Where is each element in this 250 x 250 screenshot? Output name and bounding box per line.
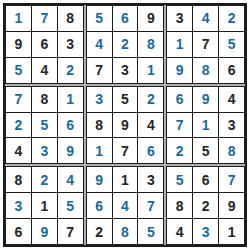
sudoku-cell-r5c2[interactable]: 5 [32, 113, 57, 138]
sudoku-cell-r9c4[interactable]: 2 [87, 219, 112, 244]
sudoku-cell-r9c2[interactable]: 9 [32, 219, 57, 244]
sudoku-cell-r5c8[interactable]: 1 [193, 113, 218, 138]
sudoku-cell-r8c4[interactable]: 6 [87, 193, 112, 218]
sudoku-cell-r3c1[interactable]: 5 [6, 58, 31, 83]
sudoku-cell-r7c2[interactable]: 2 [32, 167, 57, 192]
sudoku-cell-r7c3[interactable]: 4 [58, 167, 83, 192]
sudoku-cell-r2c9[interactable]: 5 [219, 32, 244, 57]
sudoku-cell-r6c8[interactable]: 5 [193, 138, 218, 163]
sudoku-cell-r3c3[interactable]: 2 [58, 58, 83, 83]
sudoku-cell-r4c9[interactable]: 4 [219, 87, 244, 112]
sudoku-cell-r8c9[interactable]: 9 [219, 193, 244, 218]
sudoku-cell-r5c4[interactable]: 8 [87, 113, 112, 138]
sudoku-cell-r7c1[interactable]: 8 [6, 167, 31, 192]
sudoku-box-3: 342175986 [166, 5, 245, 84]
sudoku-cell-r6c9[interactable]: 8 [219, 138, 244, 163]
sudoku-box-8: 913647285 [86, 166, 165, 245]
sudoku-cell-r7c6[interactable]: 3 [138, 167, 163, 192]
sudoku-cell-r8c8[interactable]: 2 [193, 193, 218, 218]
sudoku-cell-r6c7[interactable]: 2 [167, 138, 192, 163]
sudoku-cell-r3c5[interactable]: 3 [113, 58, 138, 83]
sudoku-cell-r3c4[interactable]: 7 [87, 58, 112, 83]
sudoku-cell-r1c5[interactable]: 6 [113, 6, 138, 31]
sudoku-cell-r3c9[interactable]: 6 [219, 58, 244, 83]
sudoku-cell-r7c4[interactable]: 9 [87, 167, 112, 192]
sudoku-cell-r4c1[interactable]: 7 [6, 87, 31, 112]
sudoku-box-1: 178963542 [5, 5, 84, 84]
sudoku-board: 1789635425694287313421759867812564393528… [3, 3, 247, 247]
sudoku-cell-r1c4[interactable]: 5 [87, 6, 112, 31]
sudoku-cell-r9c1[interactable]: 6 [6, 219, 31, 244]
sudoku-box-6: 694713258 [166, 86, 245, 165]
sudoku-cell-r9c3[interactable]: 7 [58, 219, 83, 244]
sudoku-cell-r4c6[interactable]: 2 [138, 87, 163, 112]
sudoku-cell-r3c2[interactable]: 4 [32, 58, 57, 83]
sudoku-cell-r1c9[interactable]: 2 [219, 6, 244, 31]
sudoku-cell-r6c5[interactable]: 7 [113, 138, 138, 163]
sudoku-cell-r3c7[interactable]: 9 [167, 58, 192, 83]
sudoku-cell-r2c8[interactable]: 7 [193, 32, 218, 57]
sudoku-cell-r1c6[interactable]: 9 [138, 6, 163, 31]
sudoku-cell-r8c3[interactable]: 5 [58, 193, 83, 218]
sudoku-cell-r7c9[interactable]: 7 [219, 167, 244, 192]
sudoku-cell-r4c8[interactable]: 9 [193, 87, 218, 112]
sudoku-cell-r5c7[interactable]: 7 [167, 113, 192, 138]
sudoku-cell-r5c5[interactable]: 9 [113, 113, 138, 138]
sudoku-cell-r4c3[interactable]: 1 [58, 87, 83, 112]
sudoku-cell-r9c6[interactable]: 5 [138, 219, 163, 244]
sudoku-box-7: 824315697 [5, 166, 84, 245]
sudoku-cell-r2c1[interactable]: 9 [6, 32, 31, 57]
sudoku-box-5: 352894176 [86, 86, 165, 165]
sudoku-cell-r2c5[interactable]: 2 [113, 32, 138, 57]
sudoku-cell-r9c9[interactable]: 1 [219, 219, 244, 244]
sudoku-cell-r2c4[interactable]: 4 [87, 32, 112, 57]
sudoku-cell-r9c5[interactable]: 8 [113, 219, 138, 244]
sudoku-cell-r6c4[interactable]: 1 [87, 138, 112, 163]
sudoku-cell-r1c1[interactable]: 1 [6, 6, 31, 31]
sudoku-cell-r2c2[interactable]: 6 [32, 32, 57, 57]
sudoku-cell-r9c7[interactable]: 4 [167, 219, 192, 244]
sudoku-cell-r4c4[interactable]: 3 [87, 87, 112, 112]
sudoku-cell-r7c7[interactable]: 5 [167, 167, 192, 192]
sudoku-cell-r7c8[interactable]: 6 [193, 167, 218, 192]
sudoku-cell-r5c6[interactable]: 4 [138, 113, 163, 138]
sudoku-cell-r6c6[interactable]: 6 [138, 138, 163, 163]
sudoku-cell-r6c3[interactable]: 9 [58, 138, 83, 163]
sudoku-cell-r6c2[interactable]: 3 [32, 138, 57, 163]
sudoku-cell-r1c7[interactable]: 3 [167, 6, 192, 31]
sudoku-box-4: 781256439 [5, 86, 84, 165]
sudoku-box-9: 567829431 [166, 166, 245, 245]
sudoku-cell-r3c8[interactable]: 8 [193, 58, 218, 83]
sudoku-cell-r9c8[interactable]: 3 [193, 219, 218, 244]
sudoku-cell-r8c5[interactable]: 4 [113, 193, 138, 218]
sudoku-cell-r4c2[interactable]: 8 [32, 87, 57, 112]
sudoku-cell-r8c2[interactable]: 1 [32, 193, 57, 218]
sudoku-cell-r4c7[interactable]: 6 [167, 87, 192, 112]
sudoku-cell-r2c3[interactable]: 3 [58, 32, 83, 57]
sudoku-box-2: 569428731 [86, 5, 165, 84]
sudoku-cell-r1c8[interactable]: 4 [193, 6, 218, 31]
sudoku-cell-r4c5[interactable]: 5 [113, 87, 138, 112]
sudoku-cell-r3c6[interactable]: 1 [138, 58, 163, 83]
sudoku-cell-r6c1[interactable]: 4 [6, 138, 31, 163]
sudoku-cell-r2c7[interactable]: 1 [167, 32, 192, 57]
sudoku-cell-r8c6[interactable]: 7 [138, 193, 163, 218]
sudoku-cell-r1c3[interactable]: 8 [58, 6, 83, 31]
sudoku-cell-r8c7[interactable]: 8 [167, 193, 192, 218]
sudoku-cell-r8c1[interactable]: 3 [6, 193, 31, 218]
sudoku-cell-r2c6[interactable]: 8 [138, 32, 163, 57]
sudoku-cell-r1c2[interactable]: 7 [32, 6, 57, 31]
sudoku-cell-r5c1[interactable]: 2 [6, 113, 31, 138]
sudoku-cell-r7c5[interactable]: 1 [113, 167, 138, 192]
sudoku-cell-r5c9[interactable]: 3 [219, 113, 244, 138]
sudoku-cell-r5c3[interactable]: 6 [58, 113, 83, 138]
